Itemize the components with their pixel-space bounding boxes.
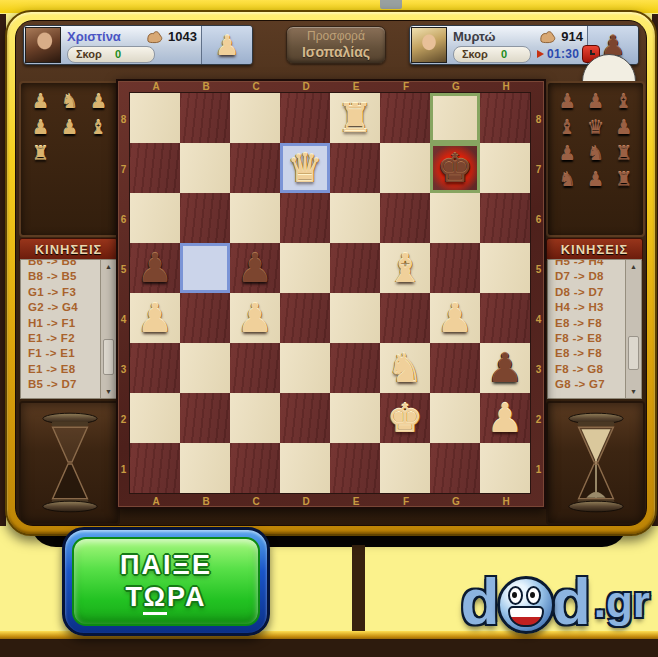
square-b6[interactable]: [180, 193, 230, 243]
square-b7[interactable]: [180, 143, 230, 193]
moves-scrollbar-right[interactable]: ▲ ▼: [625, 260, 641, 398]
square-a7[interactable]: [130, 143, 180, 193]
square-c1[interactable]: [230, 443, 280, 493]
logo-suffix: .gr: [594, 567, 650, 637]
player-info-white: Χριστίνα 1043 Σκορ 0: [62, 26, 201, 64]
square-e8[interactable]: ♜: [330, 93, 380, 143]
square-e6[interactable]: [330, 193, 380, 243]
captured-black-pawn: ♟: [559, 142, 576, 165]
captured-white-pawn: ♟: [32, 90, 49, 113]
piece-black-pawn[interactable]: ♟: [487, 348, 523, 388]
square-d6[interactable]: [280, 193, 330, 243]
move-timer: 01:30: [547, 47, 579, 61]
white-pawn-icon: ♟: [215, 32, 239, 59]
square-c6[interactable]: [230, 193, 280, 243]
square-a4[interactable]: ♟: [130, 293, 180, 343]
moves-scrollbar-left[interactable]: ▲ ▼: [100, 260, 116, 398]
piece-white-queen[interactable]: ♛: [287, 148, 323, 188]
square-a8[interactable]: [130, 93, 180, 143]
file-label: D: [281, 495, 331, 508]
move-entry[interactable]: D7 -> D8: [555, 269, 625, 284]
rank-label: 3: [532, 344, 545, 394]
square-d5[interactable]: [280, 243, 330, 293]
score-value-white: 0: [115, 48, 121, 60]
game-window: Χριστίνα 1043 Σκορ 0 ♟ Προσφορά: [5, 10, 657, 536]
hourglass-panel-black: [546, 401, 645, 525]
square-a3[interactable]: [130, 343, 180, 393]
move-entry[interactable]: H1 -> F1: [28, 316, 100, 331]
file-label: C: [231, 495, 281, 508]
play-now-inner: ΠΑΙΞΕ ΤΩΡΑ: [72, 537, 260, 626]
square-d3[interactable]: [280, 343, 330, 393]
dod-gr-logo[interactable]: d d .gr: [461, 562, 650, 642]
piece-white-pawn[interactable]: ♟: [137, 298, 173, 338]
captured-white-pawn: ♟: [61, 116, 78, 139]
square-d7[interactable]: ♛: [280, 143, 330, 193]
captured-black-queen: ♛: [587, 116, 604, 139]
square-f1[interactable]: [380, 443, 430, 493]
move-entry[interactable]: E1 -> F2: [28, 331, 100, 346]
piece-white-pawn[interactable]: ♟: [437, 298, 473, 338]
hourglass-sand-icon: [567, 411, 625, 515]
square-f7[interactable]: [380, 143, 430, 193]
move-entry[interactable]: G1 -> F3: [28, 285, 100, 300]
square-e7[interactable]: [330, 143, 380, 193]
square-b3[interactable]: [180, 343, 230, 393]
scrollbar-thumb[interactable]: [628, 336, 639, 370]
captured-tray-white: ♟♞♟♟♟♝♜: [19, 81, 120, 237]
move-entry[interactable]: F1 -> E1: [28, 346, 100, 361]
move-entry[interactable]: B6 -> B8: [28, 259, 100, 269]
files-bottom: ABCDEFGH: [131, 495, 531, 508]
square-h3[interactable]: ♟: [480, 343, 530, 393]
square-g6[interactable]: [430, 193, 480, 243]
play-now-line2: ΤΩΡΑ: [125, 582, 206, 613]
chess-board-grid: ♜♛♚♟♟♝♟♟♟♞♟♚♟: [129, 92, 531, 494]
ranks-right: 87654321: [532, 94, 545, 494]
square-e5[interactable]: [330, 243, 380, 293]
square-c3[interactable]: [230, 343, 280, 393]
strength-icon: [539, 29, 558, 44]
browser-tab-remnant: [380, 0, 402, 9]
captured-white-knight: ♞: [61, 90, 78, 113]
move-entry[interactable]: F8 -> G8: [555, 362, 625, 377]
score-pill-black: Σκορ 0: [453, 46, 531, 63]
scrollbar-thumb[interactable]: [103, 339, 114, 376]
file-label: A: [131, 495, 181, 508]
move-entry[interactable]: B5 -> D7: [28, 377, 100, 392]
player-rating-black: 914: [561, 29, 583, 44]
square-a1[interactable]: [130, 443, 180, 493]
player-name-black: Μυρτώ: [453, 29, 496, 44]
piece-white-king[interactable]: ♚: [387, 398, 423, 438]
square-g1[interactable]: [430, 443, 480, 493]
captured-black-knight: ♞: [559, 168, 576, 191]
scroll-up-icon[interactable]: ▲: [101, 263, 116, 270]
rank-label: 1: [532, 444, 545, 494]
rank-label: 8: [532, 94, 545, 144]
player-panel-black: Μυρτώ 914 Σκορ 0 01:30: [409, 25, 639, 65]
captured-white-bishop: ♝: [90, 116, 107, 139]
file-label: F: [381, 495, 431, 508]
game-window-inner: Χριστίνα 1043 Σκορ 0 ♟ Προσφορά: [15, 20, 647, 526]
score-pill-white: Σκορ 0: [67, 46, 155, 63]
move-entry[interactable]: D8 -> D7: [555, 285, 625, 300]
scroll-down-icon[interactable]: ▼: [101, 388, 116, 395]
square-h4[interactable]: [480, 293, 530, 343]
move-entry[interactable]: E1 -> E8: [28, 362, 100, 377]
square-f4[interactable]: [380, 293, 430, 343]
hourglass-empty-icon: [41, 411, 99, 515]
play-now-button[interactable]: ΠΑΙΞΕ ΤΩΡΑ: [62, 527, 270, 636]
player-info-black: Μυρτώ 914 Σκορ 0 01:30: [448, 26, 587, 64]
square-e1[interactable]: [330, 443, 380, 493]
square-c8[interactable]: [230, 93, 280, 143]
move-entry[interactable]: G8 -> G7: [555, 377, 625, 392]
square-c4[interactable]: ♟: [230, 293, 280, 343]
move-entry[interactable]: E8 -> F8: [555, 316, 625, 331]
square-b8[interactable]: [180, 93, 230, 143]
move-entry[interactable]: B8 -> B5: [28, 269, 100, 284]
avatar-black-player[interactable]: [411, 27, 447, 63]
moves-list-left: B6 -> B8B8 -> B5G1 -> F3G2 -> G4H1 -> F1…: [21, 259, 100, 398]
rank-label: 6: [532, 194, 545, 244]
square-d4[interactable]: [280, 293, 330, 343]
scroll-down-icon[interactable]: ▼: [626, 388, 641, 395]
moves-header-left: ΚΙΝΗΣΕΙΣ: [19, 238, 118, 261]
moves-list-right: H5 -> H4D7 -> D8D8 -> D7H4 -> H3E8 -> F8…: [548, 259, 625, 398]
draw-offer-button[interactable]: Προσφορά Ισοπαλίας: [286, 26, 386, 64]
strength-icon: [146, 29, 165, 44]
square-g8[interactable]: [430, 93, 480, 143]
square-g5[interactable]: [430, 243, 480, 293]
player-name-white: Χριστίνα: [67, 29, 121, 44]
piece-black-king[interactable]: ♚: [437, 148, 473, 188]
square-e3[interactable]: [330, 343, 380, 393]
logo-letter-d2: d: [552, 562, 591, 642]
square-b4[interactable]: [180, 293, 230, 343]
file-label: B: [181, 495, 231, 508]
alarm-clock-icon: [582, 45, 600, 63]
piece-white-knight[interactable]: ♞: [387, 348, 423, 388]
rank-label: 2: [532, 394, 545, 444]
square-a5[interactable]: ♟: [130, 243, 180, 293]
rank-label: 7: [532, 144, 545, 194]
player-rating-white: 1043: [168, 29, 197, 44]
square-g2[interactable]: [430, 393, 480, 443]
square-h7[interactable]: [480, 143, 530, 193]
square-d2[interactable]: [280, 393, 330, 443]
square-a2[interactable]: [130, 393, 180, 443]
square-f2[interactable]: ♚: [380, 393, 430, 443]
captured-grid-right: ♟♟♝♝♛♟♟♞♜♞♟♜: [548, 83, 643, 198]
captured-black-rook: ♜: [615, 142, 632, 165]
captured-white-pawn: ♟: [32, 116, 49, 139]
square-g3[interactable]: [430, 343, 480, 393]
square-h2[interactable]: ♟: [480, 393, 530, 443]
piece-white-bishop[interactable]: ♝: [387, 248, 423, 288]
rank-label: 5: [532, 244, 545, 294]
square-f6[interactable]: [380, 193, 430, 243]
square-b1[interactable]: [180, 443, 230, 493]
square-b2[interactable]: [180, 393, 230, 443]
captured-black-bishop: ♝: [615, 90, 632, 113]
moves-panel-right: H5 -> H4D7 -> D8D8 -> D7H4 -> H3E8 -> F8…: [547, 259, 642, 399]
moves-panel-left: B6 -> B8B8 -> B5G1 -> F3G2 -> G4H1 -> F1…: [20, 259, 117, 399]
file-label: G: [431, 495, 481, 508]
square-h6[interactable]: [480, 193, 530, 243]
square-e4[interactable]: [330, 293, 380, 343]
captured-black-pawn: ♟: [587, 168, 604, 191]
background-divider-stripe: [352, 545, 365, 633]
square-f5[interactable]: ♝: [380, 243, 430, 293]
captured-black-pawn: ♟: [587, 90, 604, 113]
captured-tray-black: ♟♟♝♝♛♟♟♞♜♞♟♜: [546, 81, 645, 237]
score-label-black: Σκορ: [462, 48, 488, 60]
captured-white-pawn: ♟: [90, 90, 107, 113]
captured-black-pawn: ♟: [559, 90, 576, 113]
captured-black-knight: ♞: [587, 142, 604, 165]
square-f8[interactable]: [380, 93, 430, 143]
piece-white-pawn[interactable]: ♟: [487, 398, 523, 438]
captured-black-rook: ♜: [615, 168, 632, 191]
scroll-up-icon[interactable]: ▲: [626, 263, 641, 270]
play-now-line1: ΠΑΙΞΕ: [120, 550, 212, 581]
hourglass-panel-white: [19, 401, 120, 525]
square-g4[interactable]: ♟: [430, 293, 480, 343]
score-value-black: 0: [501, 48, 507, 60]
piece-black-pawn[interactable]: ♟: [237, 248, 273, 288]
side-color-cell-white: ♟: [201, 26, 252, 64]
captured-black-pawn: ♟: [615, 116, 632, 139]
square-g7[interactable]: ♚: [430, 143, 480, 193]
square-e2[interactable]: [330, 393, 380, 443]
logo-letter-d1: d: [461, 562, 500, 642]
square-c2[interactable]: [230, 393, 280, 443]
square-h1[interactable]: [480, 443, 530, 493]
move-entry[interactable]: G2 -> G4: [28, 300, 100, 315]
square-h5[interactable]: [480, 243, 530, 293]
piece-white-rook[interactable]: ♜: [337, 98, 373, 138]
rank-label: 4: [532, 294, 545, 344]
square-d1[interactable]: [280, 443, 330, 493]
file-label: H: [481, 495, 531, 508]
square-d8[interactable]: [280, 93, 330, 143]
piece-white-pawn[interactable]: ♟: [237, 298, 273, 338]
score-label-white: Σκορ: [76, 48, 102, 60]
move-entry[interactable]: F8 -> E8: [555, 331, 625, 346]
draw-offer-line1: Προσφορά: [307, 30, 365, 44]
captured-black-bishop: ♝: [559, 116, 576, 139]
square-c5[interactable]: ♟: [230, 243, 280, 293]
player-panel-white: Χριστίνα 1043 Σκορ 0 ♟: [23, 25, 253, 65]
chess-board: ABCDEFGH ABCDEFGH 87654321 87654321 ♜♛♚♟…: [116, 79, 546, 509]
move-entry[interactable]: H5 -> H4: [555, 259, 625, 269]
move-entry[interactable]: H4 -> H3: [555, 300, 625, 315]
move-entry[interactable]: E8 -> F8: [555, 346, 625, 361]
moves-header-right: ΚΙΝΗΣΕΙΣ: [546, 238, 643, 261]
square-b5[interactable]: [180, 243, 230, 293]
piece-black-pawn[interactable]: ♟: [137, 248, 173, 288]
avatar-white-player[interactable]: [25, 27, 61, 63]
file-label: E: [331, 495, 381, 508]
turn-arrow-icon: [537, 50, 544, 58]
draw-offer-line2: Ισοπαλίας: [302, 44, 370, 60]
captured-grid-left: ♟♞♟♟♟♝♜: [21, 83, 118, 172]
square-a6[interactable]: [130, 193, 180, 243]
square-h8[interactable]: [480, 93, 530, 143]
square-c7[interactable]: [230, 143, 280, 193]
smiley-face-icon: [497, 576, 555, 634]
square-f3[interactable]: ♞: [380, 343, 430, 393]
captured-white-rook: ♜: [32, 142, 49, 165]
